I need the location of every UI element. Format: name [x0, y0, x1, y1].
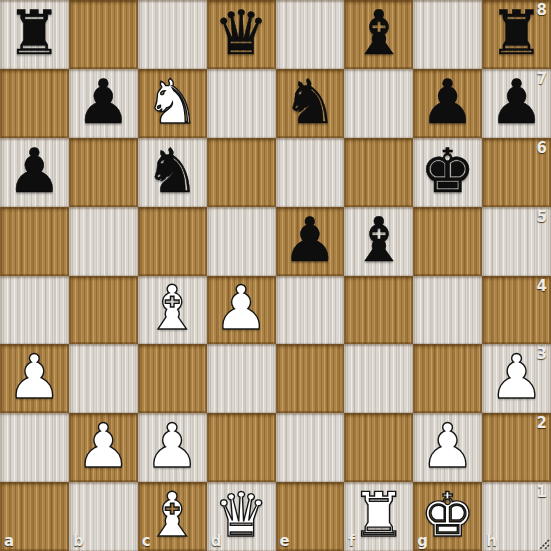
square-h8[interactable]: ♜8 — [482, 0, 551, 69]
file-label-h: h — [486, 534, 497, 549]
square-a3[interactable]: ♟ — [0, 344, 69, 413]
piece-white-queen[interactable]: ♛ — [214, 484, 269, 545]
square-c2[interactable]: ♟ — [138, 413, 207, 482]
square-d6[interactable] — [207, 138, 276, 207]
square-e6[interactable] — [276, 138, 345, 207]
square-d3[interactable] — [207, 344, 276, 413]
square-b6[interactable] — [69, 138, 138, 207]
square-h3[interactable]: ♟3 — [482, 344, 551, 413]
square-c3[interactable] — [138, 344, 207, 413]
square-d8[interactable]: ♛ — [207, 0, 276, 69]
piece-black-rook[interactable]: ♜ — [7, 2, 62, 63]
piece-white-rook[interactable]: ♜ — [351, 484, 406, 545]
square-b2[interactable]: ♟ — [69, 413, 138, 482]
square-f2[interactable] — [344, 413, 413, 482]
file-label-e: e — [280, 534, 290, 549]
square-c4[interactable]: ♝ — [138, 276, 207, 345]
square-g4[interactable] — [413, 276, 482, 345]
square-a2[interactable] — [0, 413, 69, 482]
square-b8[interactable] — [69, 0, 138, 69]
piece-white-knight[interactable]: ♞ — [145, 71, 200, 132]
square-a4[interactable] — [0, 276, 69, 345]
square-f8[interactable]: ♝ — [344, 0, 413, 69]
square-b1[interactable]: b — [69, 482, 138, 551]
square-e3[interactable] — [276, 344, 345, 413]
square-g8[interactable] — [413, 0, 482, 69]
square-h7[interactable]: ♟7 — [482, 69, 551, 138]
square-e8[interactable] — [276, 0, 345, 69]
square-g2[interactable]: ♟ — [413, 413, 482, 482]
rank-label-6: 6 — [537, 141, 547, 156]
piece-black-pawn[interactable]: ♟ — [489, 71, 544, 132]
square-f5[interactable]: ♝ — [344, 207, 413, 276]
piece-black-pawn[interactable]: ♟ — [283, 209, 338, 270]
square-e5[interactable]: ♟ — [276, 207, 345, 276]
square-d1[interactable]: ♛d — [207, 482, 276, 551]
square-d5[interactable] — [207, 207, 276, 276]
square-h6[interactable]: 6 — [482, 138, 551, 207]
square-e4[interactable] — [276, 276, 345, 345]
square-e2[interactable] — [276, 413, 345, 482]
rank-label-5: 5 — [537, 210, 547, 225]
square-c6[interactable]: ♞ — [138, 138, 207, 207]
piece-white-pawn[interactable]: ♟ — [214, 277, 269, 338]
piece-white-bishop[interactable]: ♝ — [145, 277, 200, 338]
square-f6[interactable] — [344, 138, 413, 207]
piece-black-pawn[interactable]: ♟ — [7, 140, 62, 201]
square-f7[interactable] — [344, 69, 413, 138]
file-label-b: b — [73, 534, 84, 549]
square-b4[interactable] — [69, 276, 138, 345]
square-g6[interactable]: ♚ — [413, 138, 482, 207]
square-c5[interactable] — [138, 207, 207, 276]
piece-black-king[interactable]: ♚ — [420, 140, 475, 201]
square-g1[interactable]: ♚g — [413, 482, 482, 551]
square-a6[interactable]: ♟ — [0, 138, 69, 207]
square-g7[interactable]: ♟ — [413, 69, 482, 138]
file-label-a: a — [4, 534, 14, 549]
rank-label-1: 1 — [537, 485, 547, 500]
square-g5[interactable] — [413, 207, 482, 276]
piece-white-bishop[interactable]: ♝ — [145, 484, 200, 545]
square-c1[interactable]: ♝c — [138, 482, 207, 551]
square-c8[interactable] — [138, 0, 207, 69]
piece-white-pawn[interactable]: ♟ — [145, 415, 200, 476]
piece-black-bishop[interactable]: ♝ — [351, 2, 406, 63]
square-f3[interactable] — [344, 344, 413, 413]
piece-white-pawn[interactable]: ♟ — [489, 346, 544, 407]
square-e7[interactable]: ♞ — [276, 69, 345, 138]
square-h1[interactable]: h1 — [482, 482, 551, 551]
square-d7[interactable] — [207, 69, 276, 138]
square-f4[interactable] — [344, 276, 413, 345]
chess-board: ♜♛♝♜8♟♞♞♟♟7♟♞♚6♟♝5♝♟4♟♟3♟♟♟2ab♝c♛de♜f♚gh… — [0, 0, 551, 551]
square-b5[interactable] — [69, 207, 138, 276]
square-h4[interactable]: 4 — [482, 276, 551, 345]
square-f1[interactable]: ♜f — [344, 482, 413, 551]
square-b3[interactable] — [69, 344, 138, 413]
resize-handle-icon[interactable] — [536, 536, 550, 550]
piece-white-pawn[interactable]: ♟ — [420, 415, 475, 476]
rank-label-4: 4 — [537, 279, 547, 294]
piece-white-pawn[interactable]: ♟ — [76, 415, 131, 476]
piece-black-bishop[interactable]: ♝ — [351, 209, 406, 270]
piece-black-knight[interactable]: ♞ — [145, 140, 200, 201]
square-e1[interactable]: e — [276, 482, 345, 551]
square-c7[interactable]: ♞ — [138, 69, 207, 138]
piece-black-rook[interactable]: ♜ — [489, 2, 544, 63]
piece-black-pawn[interactable]: ♟ — [420, 71, 475, 132]
square-g3[interactable] — [413, 344, 482, 413]
piece-white-pawn[interactable]: ♟ — [7, 346, 62, 407]
piece-black-pawn[interactable]: ♟ — [76, 71, 131, 132]
square-a8[interactable]: ♜ — [0, 0, 69, 69]
square-h5[interactable]: 5 — [482, 207, 551, 276]
piece-white-king[interactable]: ♚ — [420, 484, 475, 545]
rank-label-2: 2 — [537, 416, 547, 431]
square-b7[interactable]: ♟ — [69, 69, 138, 138]
square-a5[interactable] — [0, 207, 69, 276]
square-d4[interactable]: ♟ — [207, 276, 276, 345]
square-a1[interactable]: a — [0, 482, 69, 551]
piece-black-queen[interactable]: ♛ — [214, 2, 269, 63]
square-d2[interactable] — [207, 413, 276, 482]
square-h2[interactable]: 2 — [482, 413, 551, 482]
square-a7[interactable] — [0, 69, 69, 138]
piece-black-knight[interactable]: ♞ — [283, 71, 338, 132]
